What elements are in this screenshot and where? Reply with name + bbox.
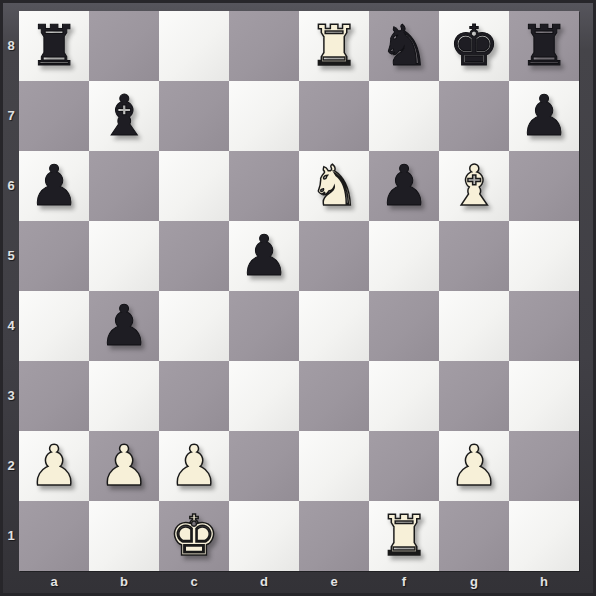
square-a6[interactable]: ♟ xyxy=(19,151,89,221)
piece-white-pawn-g2[interactable]: ♟ xyxy=(449,438,499,494)
piece-black-bishop-b7[interactable]: ♝ xyxy=(99,88,149,144)
square-d4[interactable] xyxy=(229,291,299,361)
file-label-h: h xyxy=(509,573,579,591)
piece-black-knight-f8[interactable]: ♞ xyxy=(379,18,429,74)
square-a1[interactable] xyxy=(19,501,89,571)
rank-label-4: 4 xyxy=(4,291,18,361)
square-g5[interactable] xyxy=(439,221,509,291)
piece-black-pawn-a6[interactable]: ♟ xyxy=(29,158,79,214)
piece-black-rook-a8[interactable]: ♜ xyxy=(29,18,79,74)
square-d6[interactable] xyxy=(229,151,299,221)
square-b2[interactable]: ♟ xyxy=(89,431,159,501)
square-h1[interactable] xyxy=(509,501,579,571)
square-e1[interactable] xyxy=(299,501,369,571)
chess-board: ♜♜♞♚♜♝♟♟♞♟♝♟♟♟♟♟♟♚♜ xyxy=(19,11,579,571)
piece-black-pawn-h7[interactable]: ♟ xyxy=(519,88,569,144)
square-e8[interactable]: ♜ xyxy=(299,11,369,81)
square-g3[interactable] xyxy=(439,361,509,431)
file-label-a: a xyxy=(19,573,89,591)
piece-white-pawn-b2[interactable]: ♟ xyxy=(99,438,149,494)
square-c6[interactable] xyxy=(159,151,229,221)
square-c5[interactable] xyxy=(159,221,229,291)
square-h5[interactable] xyxy=(509,221,579,291)
square-h4[interactable] xyxy=(509,291,579,361)
square-b3[interactable] xyxy=(89,361,159,431)
square-c4[interactable] xyxy=(159,291,229,361)
square-d2[interactable] xyxy=(229,431,299,501)
square-f6[interactable]: ♟ xyxy=(369,151,439,221)
square-g4[interactable] xyxy=(439,291,509,361)
square-g6[interactable]: ♝ xyxy=(439,151,509,221)
square-f4[interactable] xyxy=(369,291,439,361)
square-b8[interactable] xyxy=(89,11,159,81)
square-g7[interactable] xyxy=(439,81,509,151)
square-e4[interactable] xyxy=(299,291,369,361)
square-h7[interactable]: ♟ xyxy=(509,81,579,151)
square-a7[interactable] xyxy=(19,81,89,151)
square-b4[interactable]: ♟ xyxy=(89,291,159,361)
piece-white-knight-e6[interactable]: ♞ xyxy=(309,158,359,214)
square-c3[interactable] xyxy=(159,361,229,431)
square-g8[interactable]: ♚ xyxy=(439,11,509,81)
rank-label-8: 8 xyxy=(4,11,18,81)
square-h2[interactable] xyxy=(509,431,579,501)
piece-white-pawn-c2[interactable]: ♟ xyxy=(169,438,219,494)
piece-black-pawn-b4[interactable]: ♟ xyxy=(99,298,149,354)
square-c2[interactable]: ♟ xyxy=(159,431,229,501)
piece-black-pawn-d5[interactable]: ♟ xyxy=(239,228,289,284)
square-d1[interactable] xyxy=(229,501,299,571)
square-e6[interactable]: ♞ xyxy=(299,151,369,221)
square-h3[interactable] xyxy=(509,361,579,431)
file-label-d: d xyxy=(229,573,299,591)
square-a4[interactable] xyxy=(19,291,89,361)
piece-white-rook-e8[interactable]: ♜ xyxy=(309,18,359,74)
square-d5[interactable]: ♟ xyxy=(229,221,299,291)
square-b1[interactable] xyxy=(89,501,159,571)
board-frame: ♜♜♞♚♜♝♟♟♞♟♝♟♟♟♟♟♟♚♜ 87654321 abcdefgh xyxy=(0,0,596,596)
square-d8[interactable] xyxy=(229,11,299,81)
piece-white-bishop-g6[interactable]: ♝ xyxy=(449,158,499,214)
rank-label-5: 5 xyxy=(4,221,18,291)
square-g2[interactable]: ♟ xyxy=(439,431,509,501)
square-h6[interactable] xyxy=(509,151,579,221)
file-label-b: b xyxy=(89,573,159,591)
square-f1[interactable]: ♜ xyxy=(369,501,439,571)
square-f5[interactable] xyxy=(369,221,439,291)
piece-white-pawn-a2[interactable]: ♟ xyxy=(29,438,79,494)
square-h8[interactable]: ♜ xyxy=(509,11,579,81)
file-label-f: f xyxy=(369,573,439,591)
square-b5[interactable] xyxy=(89,221,159,291)
piece-white-king-c1[interactable]: ♚ xyxy=(169,508,219,564)
square-c7[interactable] xyxy=(159,81,229,151)
square-d3[interactable] xyxy=(229,361,299,431)
square-f2[interactable] xyxy=(369,431,439,501)
square-f7[interactable] xyxy=(369,81,439,151)
square-c1[interactable]: ♚ xyxy=(159,501,229,571)
square-a2[interactable]: ♟ xyxy=(19,431,89,501)
square-d7[interactable] xyxy=(229,81,299,151)
piece-white-rook-f1[interactable]: ♜ xyxy=(379,508,429,564)
rank-label-7: 7 xyxy=(4,81,18,151)
square-e2[interactable] xyxy=(299,431,369,501)
file-label-c: c xyxy=(159,573,229,591)
square-b6[interactable] xyxy=(89,151,159,221)
rank-label-3: 3 xyxy=(4,361,18,431)
file-label-g: g xyxy=(439,573,509,591)
square-f8[interactable]: ♞ xyxy=(369,11,439,81)
piece-black-rook-h8[interactable]: ♜ xyxy=(519,18,569,74)
square-g1[interactable] xyxy=(439,501,509,571)
square-b7[interactable]: ♝ xyxy=(89,81,159,151)
square-a8[interactable]: ♜ xyxy=(19,11,89,81)
rank-label-2: 2 xyxy=(4,431,18,501)
file-label-e: e xyxy=(299,573,369,591)
square-a5[interactable] xyxy=(19,221,89,291)
square-a3[interactable] xyxy=(19,361,89,431)
square-e7[interactable] xyxy=(299,81,369,151)
square-e5[interactable] xyxy=(299,221,369,291)
rank-label-6: 6 xyxy=(4,151,18,221)
square-e3[interactable] xyxy=(299,361,369,431)
piece-black-pawn-f6[interactable]: ♟ xyxy=(379,158,429,214)
square-c8[interactable] xyxy=(159,11,229,81)
square-f3[interactable] xyxy=(369,361,439,431)
rank-label-1: 1 xyxy=(4,501,18,571)
piece-black-king-g8[interactable]: ♚ xyxy=(449,18,499,74)
